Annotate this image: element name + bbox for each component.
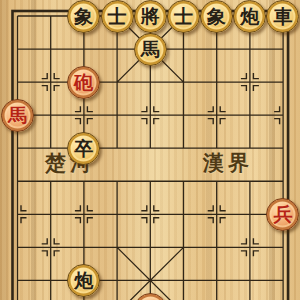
piece-black-soldier[interactable]: 卒 [67, 132, 100, 165]
piece-red-cannon[interactable]: 砲 [67, 66, 100, 99]
piece-black-horse[interactable]: 馬 [134, 33, 167, 66]
xiangqi-board: 楚河 漢界 象士將士象炮車馬砲馬卒兵炮帥 [0, 0, 300, 300]
piece-black-cannon-left[interactable]: 炮 [67, 264, 100, 297]
piece-black-elephant-right[interactable]: 象 [200, 0, 233, 33]
piece-black-elephant-left[interactable]: 象 [67, 0, 100, 33]
piece-black-chariot-right[interactable]: 車 [266, 0, 299, 33]
piece-black-advisor-left[interactable]: 士 [101, 0, 134, 33]
piece-red-soldier[interactable]: 兵 [266, 198, 299, 231]
pieces-layer: 象士將士象炮車馬砲馬卒兵炮帥 [1, 0, 300, 300]
piece-black-cannon-right[interactable]: 炮 [233, 0, 266, 33]
piece-red-general-partial[interactable]: 帥 [134, 293, 167, 300]
piece-black-advisor-right[interactable]: 士 [167, 0, 200, 33]
piece-red-horse[interactable]: 馬 [1, 99, 34, 132]
piece-black-general[interactable]: 將 [134, 0, 167, 33]
